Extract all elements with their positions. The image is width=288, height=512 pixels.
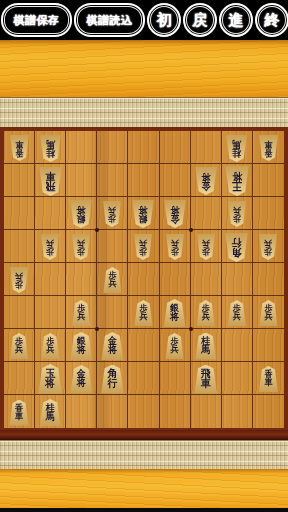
board-cell-1h[interactable]: 香車 xyxy=(253,362,284,395)
shogi-piece-sente[interactable]: 飛車 xyxy=(193,365,218,394)
board-cell-6f[interactable] xyxy=(97,296,128,329)
piece-kanji: 馬 xyxy=(46,412,55,422)
board-cell-6e[interactable]: 歩兵 xyxy=(97,263,128,296)
board-cell-7g[interactable]: 銀将 xyxy=(66,329,97,362)
piece-kanji: 将 xyxy=(170,205,179,215)
board-cell-9b[interactable] xyxy=(4,164,35,197)
shogi-piece-sente[interactable]: 銀将 xyxy=(69,332,93,360)
board-cell-7d[interactable]: 歩兵 xyxy=(66,230,97,263)
bottom-bar xyxy=(0,508,288,512)
board-cell-2h[interactable] xyxy=(222,362,253,395)
board-cell-4d[interactable]: 歩兵 xyxy=(160,230,191,263)
piece-kanji: 将 xyxy=(45,379,55,390)
shogi-piece-sente[interactable]: 歩兵 xyxy=(165,333,185,359)
board-cell-7f[interactable]: 歩兵 xyxy=(66,296,97,329)
shogi-piece-gote[interactable]: 歩兵 xyxy=(102,201,122,227)
board-cell-1e[interactable] xyxy=(253,263,284,296)
step-back-button[interactable]: 戻 xyxy=(183,3,217,37)
piece-kanji: 兵 xyxy=(233,313,241,321)
piece-kanji: 将 xyxy=(77,205,86,215)
toolbar: 棋譜保存 棋譜読込 初 戻 進 終 xyxy=(0,0,288,40)
shogi-piece-sente[interactable]: 角行 xyxy=(100,365,125,394)
board-cell-5a[interactable] xyxy=(128,131,159,164)
board-cell-2d[interactable]: 角行 xyxy=(222,230,253,263)
piece-kanji: 兵 xyxy=(264,239,272,247)
piece-kanji: 行 xyxy=(232,237,242,248)
board-cell-4g[interactable]: 歩兵 xyxy=(160,329,191,362)
shogi-piece-sente[interactable]: 金将 xyxy=(100,332,124,360)
load-kifu-button[interactable]: 棋譜読込 xyxy=(74,3,145,37)
shogi-piece-sente[interactable]: 金将 xyxy=(69,365,93,393)
shogi-piece-gote[interactable]: 歩兵 xyxy=(227,201,247,227)
hoshi-dot xyxy=(189,228,193,232)
board-cell-1i[interactable] xyxy=(253,395,284,428)
piece-kanji: 兵 xyxy=(139,239,147,247)
shogi-piece-sente[interactable]: 歩兵 xyxy=(258,300,278,326)
piece-kanji: 車 xyxy=(264,379,272,387)
shogi-piece-sente[interactable]: 歩兵 xyxy=(71,300,91,326)
board-cell-6b[interactable] xyxy=(97,164,128,197)
board-cell-8b[interactable]: 飛車 xyxy=(35,164,66,197)
hoshi-dot xyxy=(189,327,193,331)
shogi-piece-gote[interactable]: 桂馬 xyxy=(225,135,248,162)
hoshi-dot xyxy=(95,228,99,232)
shogi-piece-gote[interactable]: 歩兵 xyxy=(40,234,60,260)
shogi-piece-sente[interactable]: 歩兵 xyxy=(227,300,247,326)
board-cell-2c[interactable]: 歩兵 xyxy=(222,197,253,230)
board-cell-9i[interactable]: 香車 xyxy=(4,395,35,428)
piece-kanji: 兵 xyxy=(15,272,23,280)
shogi-piece-gote[interactable]: 歩兵 xyxy=(196,234,216,260)
piece-kanji: 将 xyxy=(232,171,242,182)
piece-kanji: 兵 xyxy=(77,313,85,321)
board-cell-2i[interactable] xyxy=(222,395,253,428)
board-cell-2f[interactable]: 歩兵 xyxy=(222,296,253,329)
board-cell-1b[interactable] xyxy=(253,164,284,197)
piece-kanji: 兵 xyxy=(46,239,54,247)
piece-kanji: 車 xyxy=(15,140,23,148)
piece-kanji: 行 xyxy=(107,379,117,390)
board-cell-1g[interactable] xyxy=(253,329,284,362)
shogi-piece-sente[interactable]: 香車 xyxy=(258,366,279,392)
board-cell-7i[interactable] xyxy=(66,395,97,428)
piece-kanji: 馬 xyxy=(232,139,241,149)
shogi-piece-gote[interactable]: 歩兵 xyxy=(71,234,91,260)
board-cell-5d[interactable]: 歩兵 xyxy=(128,230,159,263)
first-move-button[interactable]: 初 xyxy=(147,3,181,37)
board-cell-8g[interactable]: 歩兵 xyxy=(35,329,66,362)
board-cell-3b[interactable]: 金将 xyxy=(191,164,222,197)
board-cell-9g[interactable]: 歩兵 xyxy=(4,329,35,362)
board-cell-9a[interactable]: 香車 xyxy=(4,131,35,164)
board-cell-7h[interactable]: 金将 xyxy=(66,362,97,395)
board-cell-2b[interactable]: 王将 xyxy=(222,164,253,197)
board-cell-6h[interactable]: 角行 xyxy=(97,362,128,395)
shogi-piece-gote[interactable]: 歩兵 xyxy=(9,267,29,293)
shogi-piece-sente[interactable]: 歩兵 xyxy=(102,267,122,293)
piece-kanji: 兵 xyxy=(264,313,272,321)
piece-kanji: 将 xyxy=(77,346,86,356)
board-cell-3i[interactable] xyxy=(191,395,222,428)
board-cell-4f[interactable]: 銀将 xyxy=(160,296,191,329)
board-cell-4a[interactable] xyxy=(160,131,191,164)
board-cell-5i[interactable] xyxy=(128,395,159,428)
board-cell-3e[interactable] xyxy=(191,263,222,296)
board-cell-9d[interactable] xyxy=(4,230,35,263)
board-cell-2g[interactable] xyxy=(222,329,253,362)
board-cell-7a[interactable] xyxy=(66,131,97,164)
board-cell-1d[interactable]: 歩兵 xyxy=(253,230,284,263)
step-forward-button[interactable]: 進 xyxy=(219,3,253,37)
shogi-piece-sente[interactable]: 玉将 xyxy=(37,364,63,394)
piece-kanji: 将 xyxy=(201,172,210,182)
board-cell-1f[interactable]: 歩兵 xyxy=(253,296,284,329)
board-cell-4i[interactable] xyxy=(160,395,191,428)
board-cell-8a[interactable]: 桂馬 xyxy=(35,131,66,164)
board-cell-8c[interactable] xyxy=(35,197,66,230)
board-cell-4c[interactable]: 金将 xyxy=(160,197,191,230)
board-cell-7e[interactable] xyxy=(66,263,97,296)
board-cell-8e[interactable] xyxy=(35,263,66,296)
piece-kanji: 兵 xyxy=(171,239,179,247)
shogi-piece-sente[interactable]: 銀将 xyxy=(163,299,187,327)
shogi-piece-gote[interactable]: 角行 xyxy=(224,233,249,262)
board-cell-2e[interactable] xyxy=(222,263,253,296)
shogi-piece-sente[interactable]: 香車 xyxy=(9,400,30,426)
board-cell-5f[interactable]: 歩兵 xyxy=(128,296,159,329)
board-cell-3d[interactable]: 歩兵 xyxy=(191,230,222,263)
board-cell-3c[interactable] xyxy=(191,197,222,230)
shogi-piece-gote[interactable]: 歩兵 xyxy=(258,234,278,260)
board-cell-8d[interactable]: 歩兵 xyxy=(35,230,66,263)
board-edge-shadow xyxy=(0,430,288,440)
piece-kanji: 兵 xyxy=(139,313,147,321)
board-cell-5e[interactable] xyxy=(128,263,159,296)
piece-kanji: 車 xyxy=(201,379,211,390)
piece-kanji: 将 xyxy=(139,205,148,215)
board-cell-8i[interactable]: 桂馬 xyxy=(35,395,66,428)
board-cell-3h[interactable]: 飛車 xyxy=(191,362,222,395)
board-cell-6a[interactable] xyxy=(97,131,128,164)
board-cell-2a[interactable]: 桂馬 xyxy=(222,131,253,164)
last-move-button[interactable]: 終 xyxy=(255,3,288,37)
piece-kanji: 車 xyxy=(15,412,23,420)
shogi-piece-sente[interactable]: 歩兵 xyxy=(196,300,216,326)
piece-kanji: 兵 xyxy=(77,239,85,247)
piece-kanji: 兵 xyxy=(108,280,116,288)
shogi-piece-sente[interactable]: 歩兵 xyxy=(9,333,29,359)
shogi-piece-gote[interactable]: 金将 xyxy=(163,200,187,228)
board-grid: 香車桂馬桂馬香車飛車金将王将銀将歩兵銀将金将歩兵歩兵歩兵歩兵歩兵歩兵角行歩兵歩兵… xyxy=(4,131,284,428)
piece-kanji: 馬 xyxy=(46,139,55,149)
shogi-piece-gote[interactable]: 歩兵 xyxy=(133,234,153,260)
board-cell-3f[interactable]: 歩兵 xyxy=(191,296,222,329)
shogi-piece-gote[interactable]: 銀将 xyxy=(131,200,155,228)
shogi-piece-sente[interactable]: 歩兵 xyxy=(40,333,60,359)
board-cell-5c[interactable]: 銀将 xyxy=(128,197,159,230)
shogi-piece-gote[interactable]: 香車 xyxy=(258,135,279,161)
board-cell-5g[interactable] xyxy=(128,329,159,362)
board-cell-3g[interactable]: 桂馬 xyxy=(191,329,222,362)
piece-kanji: 兵 xyxy=(233,206,241,214)
shogi-piece-gote[interactable]: 香車 xyxy=(9,135,30,161)
board-cell-8f[interactable] xyxy=(35,296,66,329)
board-cell-1a[interactable]: 香車 xyxy=(253,131,284,164)
board-cell-3a[interactable] xyxy=(191,131,222,164)
board-cell-5h[interactable] xyxy=(128,362,159,395)
piece-kanji: 兵 xyxy=(171,346,179,354)
board-cell-5b[interactable] xyxy=(128,164,159,197)
tatami-mat-top xyxy=(0,97,288,128)
board-cell-9c[interactable] xyxy=(4,197,35,230)
shogi-piece-gote[interactable]: 銀将 xyxy=(69,200,93,228)
piece-kanji: 将 xyxy=(108,346,117,356)
shogi-piece-sente[interactable]: 歩兵 xyxy=(133,300,153,326)
board-cell-4b[interactable] xyxy=(160,164,191,197)
board-cell-9e[interactable]: 歩兵 xyxy=(4,263,35,296)
board-cell-1c[interactable] xyxy=(253,197,284,230)
shogi-piece-gote[interactable]: 桂馬 xyxy=(39,135,62,162)
board-cell-9f[interactable] xyxy=(4,296,35,329)
shogi-piece-gote[interactable]: 王将 xyxy=(224,166,250,196)
hoshi-dot xyxy=(95,327,99,331)
piece-kanji: 兵 xyxy=(15,346,23,354)
board-cell-6g[interactable]: 金将 xyxy=(97,329,128,362)
piece-kanji: 車 xyxy=(45,171,55,182)
piece-kanji: 兵 xyxy=(202,313,210,321)
board-cell-8h[interactable]: 玉将 xyxy=(35,362,66,395)
tatami-mat-bottom xyxy=(0,440,288,470)
piece-kanji: 将 xyxy=(170,313,179,323)
board-cell-6i[interactable] xyxy=(97,395,128,428)
piece-kanji: 兵 xyxy=(46,346,54,354)
board-cell-9h[interactable] xyxy=(4,362,35,395)
piece-kanji: 馬 xyxy=(201,346,210,356)
piece-kanji: 兵 xyxy=(108,206,116,214)
board-cell-6d[interactable] xyxy=(97,230,128,263)
board-cell-6c[interactable]: 歩兵 xyxy=(97,197,128,230)
table-wood-top xyxy=(0,40,288,97)
shogi-piece-sente[interactable]: 桂馬 xyxy=(194,333,217,360)
shogi-piece-gote[interactable]: 歩兵 xyxy=(165,234,185,260)
board-cell-4h[interactable] xyxy=(160,362,191,395)
table-wood-bottom xyxy=(0,469,288,508)
board-cell-7c[interactable]: 銀将 xyxy=(66,197,97,230)
shogi-piece-sente[interactable]: 桂馬 xyxy=(39,399,62,426)
board-cell-7b[interactable] xyxy=(66,164,97,197)
shogi-board: 香車桂馬桂馬香車飛車金将王将銀将歩兵銀将金将歩兵歩兵歩兵歩兵歩兵歩兵角行歩兵歩兵… xyxy=(0,127,288,430)
piece-kanji: 将 xyxy=(77,379,86,389)
shogi-piece-gote[interactable]: 金将 xyxy=(194,167,218,195)
piece-kanji: 車 xyxy=(264,140,272,148)
piece-kanji: 兵 xyxy=(202,239,210,247)
shogi-piece-gote[interactable]: 飛車 xyxy=(38,167,63,196)
board-cell-4e[interactable] xyxy=(160,263,191,296)
save-kifu-button[interactable]: 棋譜保存 xyxy=(1,3,72,37)
